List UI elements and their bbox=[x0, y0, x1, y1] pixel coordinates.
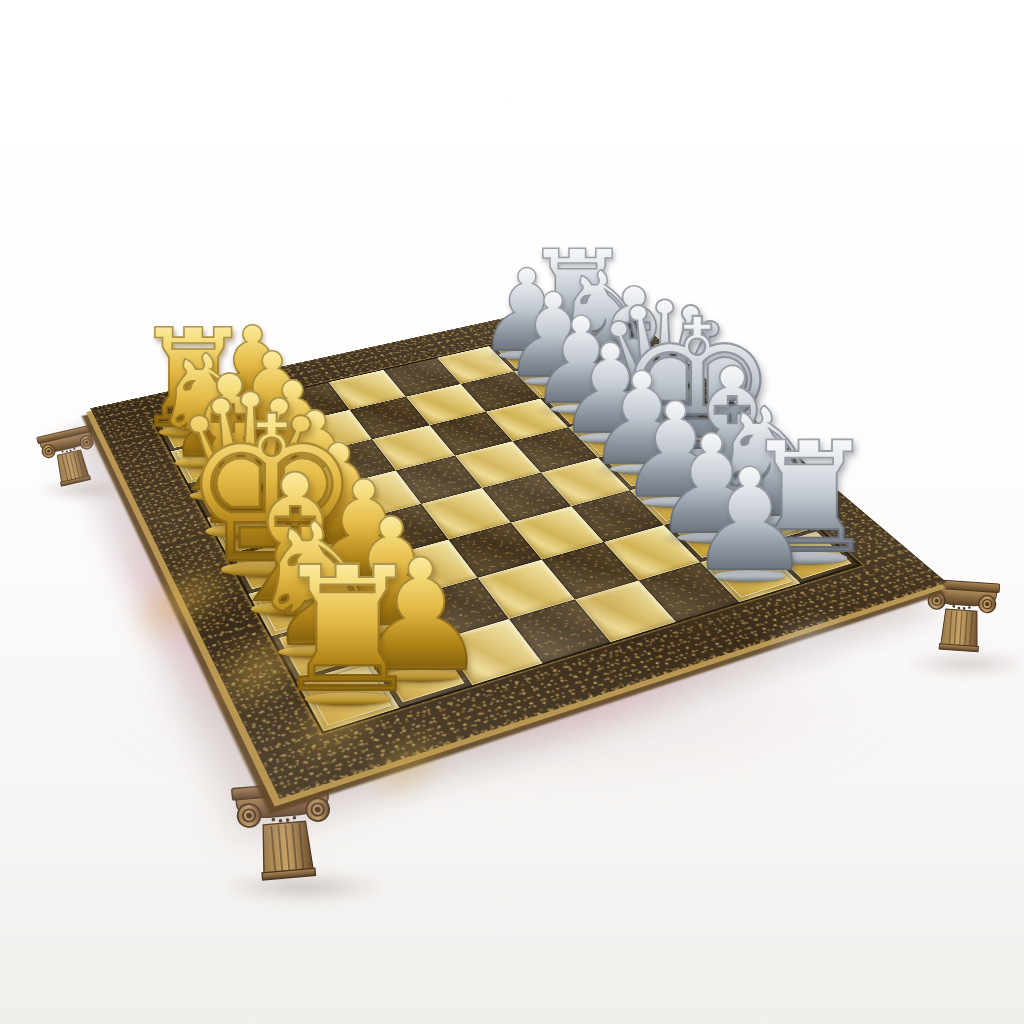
piece-gold-rook-h1[interactable]: ♜ bbox=[239, 544, 455, 717]
piece-silver-pawn-h7[interactable]: ♟ bbox=[662, 450, 838, 591]
pawn-icon: ♟ bbox=[662, 450, 838, 591]
rook-icon: ♜ bbox=[239, 544, 455, 717]
product-photo: ♜♞♝♛♚♝♞♜♟♟♟♟♟♟♟♟♟♟♟♟♟♟♟♟♜♞♝♛♚♝♞♜ bbox=[0, 0, 1024, 1024]
